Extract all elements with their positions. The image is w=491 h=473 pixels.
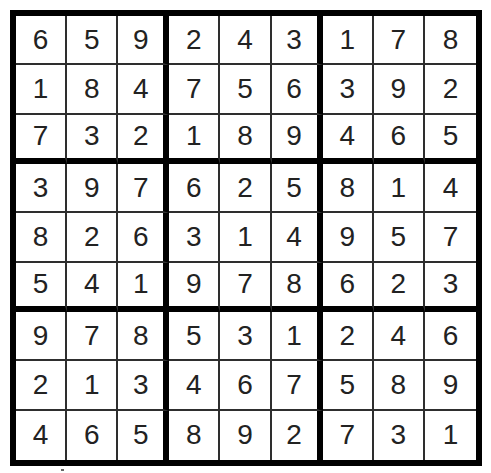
- stray-mark: [61, 469, 64, 471]
- cell-r9c5[interactable]: 9: [220, 411, 271, 460]
- cell-r1c8[interactable]: 7: [374, 16, 425, 65]
- cell-r7c5[interactable]: 3: [220, 312, 271, 361]
- cell-r9c7[interactable]: 7: [323, 411, 374, 460]
- cell-r8c7[interactable]: 5: [323, 361, 374, 410]
- cell-r3c5[interactable]: 8: [220, 115, 271, 164]
- cell-r1c4[interactable]: 2: [169, 16, 220, 65]
- cell-r7c8[interactable]: 4: [374, 312, 425, 361]
- sudoku-page: 6592431781847563927321894653976258148263…: [0, 0, 491, 473]
- cell-r6c4[interactable]: 9: [169, 263, 220, 312]
- cell-r8c3[interactable]: 3: [118, 361, 169, 410]
- cell-r3c3[interactable]: 2: [118, 115, 169, 164]
- cell-r2c8[interactable]: 9: [374, 65, 425, 114]
- cell-r3c1[interactable]: 7: [16, 115, 67, 164]
- cell-r9c9[interactable]: 1: [425, 411, 476, 460]
- cell-r2c6[interactable]: 6: [272, 65, 323, 114]
- cell-r8c1[interactable]: 2: [16, 361, 67, 410]
- cell-r5c8[interactable]: 5: [374, 213, 425, 262]
- cell-r4c8[interactable]: 1: [374, 164, 425, 213]
- cell-r3c9[interactable]: 5: [425, 115, 476, 164]
- cell-r5c2[interactable]: 2: [67, 213, 118, 262]
- cell-r5c5[interactable]: 1: [220, 213, 271, 262]
- cell-r2c9[interactable]: 2: [425, 65, 476, 114]
- cell-r6c2[interactable]: 4: [67, 263, 118, 312]
- cell-r6c3[interactable]: 1: [118, 263, 169, 312]
- cell-r7c1[interactable]: 9: [16, 312, 67, 361]
- cell-r9c4[interactable]: 8: [169, 411, 220, 460]
- cell-r8c8[interactable]: 8: [374, 361, 425, 410]
- cell-r2c2[interactable]: 8: [67, 65, 118, 114]
- cell-r1c5[interactable]: 4: [220, 16, 271, 65]
- cell-r9c3[interactable]: 5: [118, 411, 169, 460]
- cell-r1c3[interactable]: 9: [118, 16, 169, 65]
- cell-r5c7[interactable]: 9: [323, 213, 374, 262]
- cell-r4c6[interactable]: 5: [272, 164, 323, 213]
- cell-r5c4[interactable]: 3: [169, 213, 220, 262]
- cell-r3c2[interactable]: 3: [67, 115, 118, 164]
- cell-r9c8[interactable]: 3: [374, 411, 425, 460]
- cell-r4c7[interactable]: 8: [323, 164, 374, 213]
- cell-r5c3[interactable]: 6: [118, 213, 169, 262]
- sudoku-board: 6592431781847563927321894653976258148263…: [10, 10, 482, 466]
- cell-r9c6[interactable]: 2: [272, 411, 323, 460]
- cell-r2c5[interactable]: 5: [220, 65, 271, 114]
- cell-r8c5[interactable]: 6: [220, 361, 271, 410]
- cell-r5c1[interactable]: 8: [16, 213, 67, 262]
- cell-r1c2[interactable]: 5: [67, 16, 118, 65]
- cell-r3c6[interactable]: 9: [272, 115, 323, 164]
- cell-r4c2[interactable]: 9: [67, 164, 118, 213]
- cell-r5c6[interactable]: 4: [272, 213, 323, 262]
- cell-r5c9[interactable]: 7: [425, 213, 476, 262]
- cell-r6c9[interactable]: 3: [425, 263, 476, 312]
- cell-r6c8[interactable]: 2: [374, 263, 425, 312]
- cell-r7c6[interactable]: 1: [272, 312, 323, 361]
- cell-r7c7[interactable]: 2: [323, 312, 374, 361]
- cell-r1c7[interactable]: 1: [323, 16, 374, 65]
- cell-r7c4[interactable]: 5: [169, 312, 220, 361]
- cell-r7c9[interactable]: 6: [425, 312, 476, 361]
- cell-r9c1[interactable]: 4: [16, 411, 67, 460]
- cell-r8c9[interactable]: 9: [425, 361, 476, 410]
- cell-r4c3[interactable]: 7: [118, 164, 169, 213]
- cell-r4c1[interactable]: 3: [16, 164, 67, 213]
- cell-r1c1[interactable]: 6: [16, 16, 67, 65]
- cell-r3c4[interactable]: 1: [169, 115, 220, 164]
- cell-r3c8[interactable]: 6: [374, 115, 425, 164]
- cell-r7c2[interactable]: 7: [67, 312, 118, 361]
- cell-r8c4[interactable]: 4: [169, 361, 220, 410]
- cell-r6c7[interactable]: 6: [323, 263, 374, 312]
- cell-r2c7[interactable]: 3: [323, 65, 374, 114]
- cell-r9c2[interactable]: 6: [67, 411, 118, 460]
- cell-r2c3[interactable]: 4: [118, 65, 169, 114]
- cell-r6c5[interactable]: 7: [220, 263, 271, 312]
- cell-r1c6[interactable]: 3: [272, 16, 323, 65]
- cell-r1c9[interactable]: 8: [425, 16, 476, 65]
- cell-r2c4[interactable]: 7: [169, 65, 220, 114]
- cell-r3c7[interactable]: 4: [323, 115, 374, 164]
- cell-r2c1[interactable]: 1: [16, 65, 67, 114]
- cell-r6c6[interactable]: 8: [272, 263, 323, 312]
- cell-r4c5[interactable]: 2: [220, 164, 271, 213]
- cell-r8c2[interactable]: 1: [67, 361, 118, 410]
- cell-r4c9[interactable]: 4: [425, 164, 476, 213]
- cell-r7c3[interactable]: 8: [118, 312, 169, 361]
- cell-r8c6[interactable]: 7: [272, 361, 323, 410]
- cell-r6c1[interactable]: 5: [16, 263, 67, 312]
- cell-r4c4[interactable]: 6: [169, 164, 220, 213]
